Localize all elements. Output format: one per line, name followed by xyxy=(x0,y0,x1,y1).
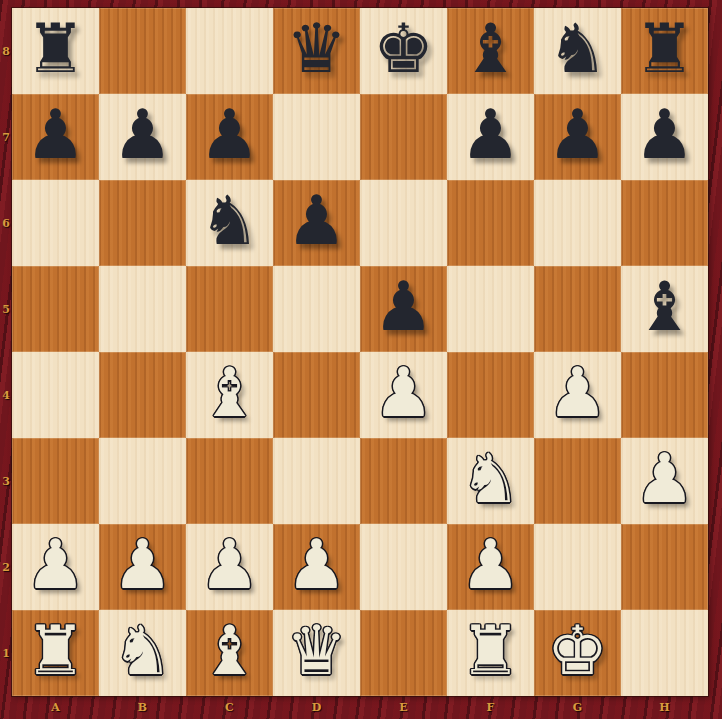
file-labels: ABCDEFGH xyxy=(12,696,708,719)
square-c1[interactable]: ♝ xyxy=(186,610,273,696)
square-e8[interactable]: ♚ xyxy=(360,8,447,94)
square-a1[interactable]: ♜ xyxy=(12,610,99,696)
square-f3[interactable]: ♞ xyxy=(447,438,534,524)
square-d7[interactable] xyxy=(273,94,360,180)
piece-white-knight-b1[interactable]: ♞ xyxy=(112,617,173,685)
square-d2[interactable]: ♟ xyxy=(273,524,360,610)
rank-label-6: 6 xyxy=(0,180,12,266)
piece-black-rook-a8[interactable]: ♜ xyxy=(25,15,86,83)
square-d6[interactable]: ♟ xyxy=(273,180,360,266)
square-h6[interactable] xyxy=(621,180,708,266)
piece-black-rook-h8[interactable]: ♜ xyxy=(634,15,695,83)
file-label-e: E xyxy=(360,696,447,719)
file-label-f: F xyxy=(447,696,534,719)
piece-black-bishop-f8[interactable]: ♝ xyxy=(460,15,521,83)
rank-label-3: 3 xyxy=(0,438,12,524)
square-b8[interactable] xyxy=(99,8,186,94)
square-f4[interactable] xyxy=(447,352,534,438)
square-d1[interactable]: ♛ xyxy=(273,610,360,696)
square-b2[interactable]: ♟ xyxy=(99,524,186,610)
piece-black-pawn-a7[interactable]: ♟ xyxy=(25,101,86,169)
square-b6[interactable] xyxy=(99,180,186,266)
file-label-d: D xyxy=(273,696,360,719)
square-c5[interactable] xyxy=(186,266,273,352)
square-f7[interactable]: ♟ xyxy=(447,94,534,180)
file-label-a: A xyxy=(12,696,99,719)
piece-white-bishop-c4[interactable]: ♝ xyxy=(199,359,260,427)
piece-white-bishop-c1[interactable]: ♝ xyxy=(199,617,260,685)
square-c2[interactable]: ♟ xyxy=(186,524,273,610)
piece-white-pawn-c2[interactable]: ♟ xyxy=(199,531,260,599)
square-e2[interactable] xyxy=(360,524,447,610)
square-f6[interactable] xyxy=(447,180,534,266)
square-a6[interactable] xyxy=(12,180,99,266)
square-h4[interactable] xyxy=(621,352,708,438)
rank-label-2: 2 xyxy=(0,524,12,610)
piece-black-pawn-e5[interactable]: ♟ xyxy=(373,273,434,341)
piece-white-pawn-f2[interactable]: ♟ xyxy=(460,531,521,599)
square-e1[interactable] xyxy=(360,610,447,696)
square-d4[interactable] xyxy=(273,352,360,438)
square-e5[interactable]: ♟ xyxy=(360,266,447,352)
square-b3[interactable] xyxy=(99,438,186,524)
square-c4[interactable]: ♝ xyxy=(186,352,273,438)
piece-black-pawn-d6[interactable]: ♟ xyxy=(286,187,347,255)
square-g8[interactable]: ♞ xyxy=(534,8,621,94)
square-d8[interactable]: ♛ xyxy=(273,8,360,94)
square-a8[interactable]: ♜ xyxy=(12,8,99,94)
square-a4[interactable] xyxy=(12,352,99,438)
piece-black-bishop-h5[interactable]: ♝ xyxy=(634,273,695,341)
file-label-g: G xyxy=(534,696,621,719)
square-f2[interactable]: ♟ xyxy=(447,524,534,610)
square-f1[interactable]: ♜ xyxy=(447,610,534,696)
piece-black-pawn-c7[interactable]: ♟ xyxy=(199,101,260,169)
piece-black-pawn-f7[interactable]: ♟ xyxy=(460,101,521,169)
file-label-c: C xyxy=(186,696,273,719)
square-g3[interactable] xyxy=(534,438,621,524)
square-g5[interactable] xyxy=(534,266,621,352)
piece-black-king-e8[interactable]: ♚ xyxy=(373,15,434,83)
square-a2[interactable]: ♟ xyxy=(12,524,99,610)
piece-white-pawn-a2[interactable]: ♟ xyxy=(25,531,86,599)
square-f8[interactable]: ♝ xyxy=(447,8,534,94)
file-label-b: B xyxy=(99,696,186,719)
piece-black-knight-c6[interactable]: ♞ xyxy=(199,187,260,255)
square-e7[interactable] xyxy=(360,94,447,180)
piece-white-pawn-d2[interactable]: ♟ xyxy=(286,531,347,599)
square-g2[interactable] xyxy=(534,524,621,610)
board-frame: 87654321 ♜♛♚♝♞♜♟♟♟♟♟♟♞♟♟♝♝♟♟♞♟♟♟♟♟♟♜♞♝♛♜… xyxy=(0,0,722,719)
square-b5[interactable] xyxy=(99,266,186,352)
square-b1[interactable]: ♞ xyxy=(99,610,186,696)
square-h7[interactable]: ♟ xyxy=(621,94,708,180)
piece-white-king-g1[interactable]: ♚ xyxy=(547,617,608,685)
piece-white-rook-a1[interactable]: ♜ xyxy=(25,617,86,685)
square-a7[interactable]: ♟ xyxy=(12,94,99,180)
piece-white-pawn-g4[interactable]: ♟ xyxy=(547,359,608,427)
piece-white-queen-d1[interactable]: ♛ xyxy=(286,617,347,685)
rank-labels: 87654321 xyxy=(0,8,12,696)
file-label-h: H xyxy=(621,696,708,719)
square-d3[interactable] xyxy=(273,438,360,524)
square-b7[interactable]: ♟ xyxy=(99,94,186,180)
square-b4[interactable] xyxy=(99,352,186,438)
square-c8[interactable] xyxy=(186,8,273,94)
rank-label-1: 1 xyxy=(0,610,12,696)
square-h3[interactable]: ♟ xyxy=(621,438,708,524)
square-c6[interactable]: ♞ xyxy=(186,180,273,266)
square-g6[interactable] xyxy=(534,180,621,266)
rank-label-5: 5 xyxy=(0,266,12,352)
piece-white-pawn-b2[interactable]: ♟ xyxy=(112,531,173,599)
piece-white-pawn-e4[interactable]: ♟ xyxy=(373,359,434,427)
square-c3[interactable] xyxy=(186,438,273,524)
square-g1[interactable]: ♚ xyxy=(534,610,621,696)
piece-white-knight-f3[interactable]: ♞ xyxy=(460,445,521,513)
square-e6[interactable] xyxy=(360,180,447,266)
square-g4[interactable]: ♟ xyxy=(534,352,621,438)
square-c7[interactable]: ♟ xyxy=(186,94,273,180)
piece-black-knight-g8[interactable]: ♞ xyxy=(547,15,608,83)
square-d5[interactable] xyxy=(273,266,360,352)
piece-white-pawn-h3[interactable]: ♟ xyxy=(634,445,695,513)
square-f5[interactable] xyxy=(447,266,534,352)
square-h8[interactable]: ♜ xyxy=(621,8,708,94)
piece-black-pawn-g7[interactable]: ♟ xyxy=(547,101,608,169)
rank-label-8: 8 xyxy=(0,8,12,94)
square-g7[interactable]: ♟ xyxy=(534,94,621,180)
rank-label-7: 7 xyxy=(0,94,12,180)
chess-board: ♜♛♚♝♞♜♟♟♟♟♟♟♞♟♟♝♝♟♟♞♟♟♟♟♟♟♜♞♝♛♜♚ xyxy=(12,8,708,696)
square-e3[interactable] xyxy=(360,438,447,524)
square-a5[interactable] xyxy=(12,266,99,352)
square-h1[interactable] xyxy=(621,610,708,696)
square-e4[interactable]: ♟ xyxy=(360,352,447,438)
piece-black-pawn-b7[interactable]: ♟ xyxy=(112,101,173,169)
piece-black-queen-d8[interactable]: ♛ xyxy=(286,15,347,83)
square-h5[interactable]: ♝ xyxy=(621,266,708,352)
square-a3[interactable] xyxy=(12,438,99,524)
rank-label-4: 4 xyxy=(0,352,12,438)
piece-white-rook-f1[interactable]: ♜ xyxy=(460,617,521,685)
piece-black-pawn-h7[interactable]: ♟ xyxy=(634,101,695,169)
square-h2[interactable] xyxy=(621,524,708,610)
